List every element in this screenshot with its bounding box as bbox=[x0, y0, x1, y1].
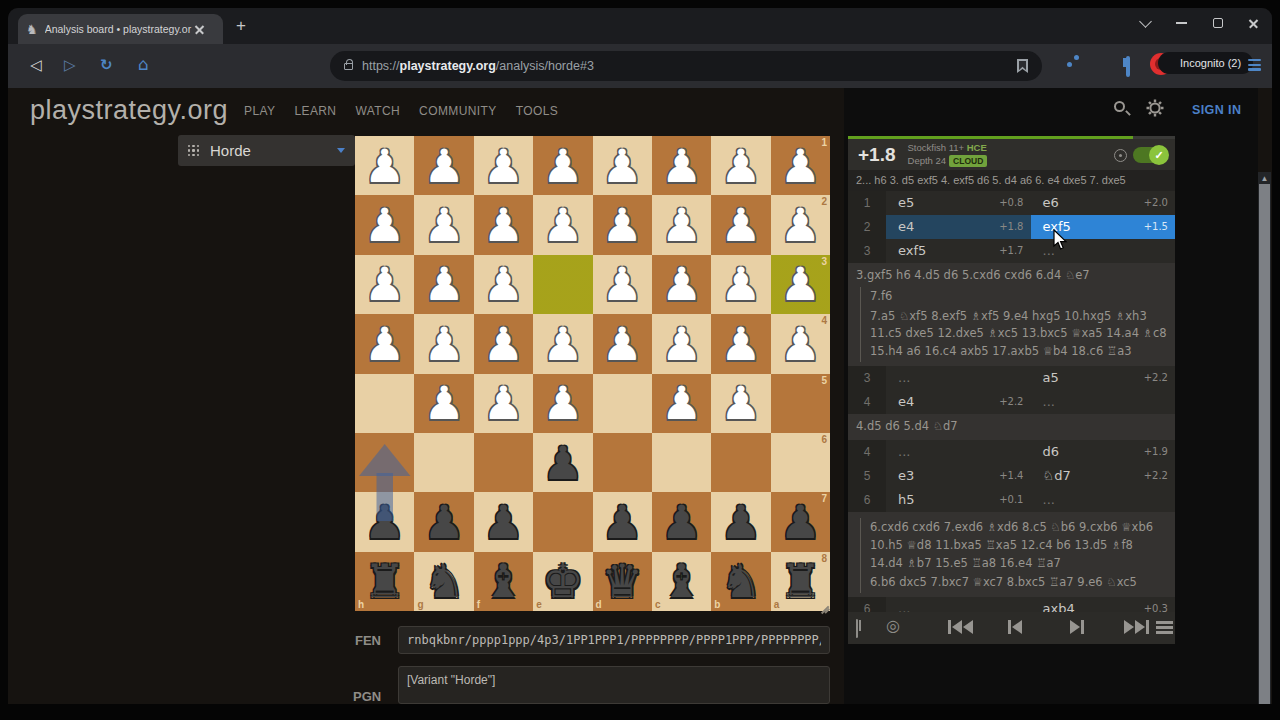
new-tab-button[interactable]: + bbox=[236, 16, 246, 36]
window-maximize-icon[interactable] bbox=[1213, 18, 1223, 28]
move-number: 3 bbox=[848, 366, 886, 390]
white-pawn-d3[interactable]: ♟ bbox=[593, 255, 652, 314]
menu-icon[interactable] bbox=[1156, 621, 1173, 634]
white-pawn-e1[interactable]: ♟ bbox=[533, 136, 592, 195]
tab-close-icon[interactable] bbox=[195, 25, 204, 34]
square-h6[interactable] bbox=[355, 433, 414, 492]
square-b8[interactable]: ♞b bbox=[711, 552, 770, 611]
engine-line[interactable]: 2... h6 3. d5 exf5 4. exf5 d6 5. d4 a6 6… bbox=[848, 170, 1175, 191]
nav-learn[interactable]: LEARN bbox=[294, 104, 336, 118]
address-bar[interactable]: https://playstrategy.org/analysis/horde#… bbox=[330, 51, 1042, 81]
white-pawn-h1[interactable]: ♟ bbox=[355, 136, 414, 195]
move-row: 3...a5+2.2 bbox=[848, 366, 1175, 390]
chess-board[interactable]: ♟♟♟♟♟♟♟♟1♟♟♟♟♟♟♟♟2♟♟♟♟♟♟♟3♟♟♟♟♟♟♟♟4♟♟♟♟♟… bbox=[355, 136, 830, 611]
white-pawn-d2[interactable]: ♟ bbox=[593, 195, 652, 254]
black-pawn-c7[interactable]: ♟ bbox=[652, 492, 711, 551]
square-e7[interactable] bbox=[533, 492, 592, 551]
move-number: 4 bbox=[848, 440, 886, 464]
white-pawn-g2[interactable]: ♟ bbox=[414, 195, 473, 254]
engine-toggle[interactable]: ✓ bbox=[1133, 147, 1167, 163]
square-g6[interactable] bbox=[414, 433, 473, 492]
browser-window: ♞ Analysis board • playstrategy.or + ◁ ▷… bbox=[8, 8, 1272, 704]
white-pawn-d1[interactable]: ♟ bbox=[593, 136, 652, 195]
square-c7[interactable]: ♟ bbox=[652, 492, 711, 551]
white-pawn-c3[interactable]: ♟ bbox=[652, 255, 711, 314]
square-g3[interactable]: ♟ bbox=[414, 255, 473, 314]
square-f1[interactable]: ♟ bbox=[474, 136, 533, 195]
page-scrollbar[interactable]: ▲ ▼ bbox=[1258, 172, 1271, 704]
square-c6[interactable] bbox=[652, 433, 711, 492]
move-eval: +0.1 bbox=[999, 488, 1023, 512]
white-pawn-c4[interactable]: ♟ bbox=[652, 314, 711, 373]
browser-tab[interactable]: ♞ Analysis board • playstrategy.or bbox=[18, 14, 223, 44]
square-h8[interactable]: ♜h bbox=[355, 552, 414, 611]
browser-toolbar: ◁ ▷ ↻ ⌂ https://playstrategy.org/analysi… bbox=[8, 44, 1272, 88]
nav-play[interactable]: PLAY bbox=[244, 104, 275, 118]
engine-eval: +1.8 bbox=[858, 144, 896, 166]
file-label-f: f bbox=[477, 599, 480, 610]
move-row: 2e4+1.8exf5+1.5 bbox=[848, 215, 1175, 239]
variation-block[interactable]: 4.d5 d6 5.d4 ♘d7 bbox=[848, 414, 1175, 440]
white-pawn-b5[interactable]: ♟ bbox=[711, 374, 770, 433]
square-b7[interactable]: ♟ bbox=[711, 492, 770, 551]
move-row: 5e3+1.4♘d7+2.2 bbox=[848, 464, 1175, 488]
main-nav: PLAY LEARN WATCH COMMUNITY TOOLS bbox=[244, 104, 558, 118]
nav-tools[interactable]: TOOLS bbox=[516, 104, 558, 118]
square-h5[interactable] bbox=[355, 374, 414, 433]
move-white[interactable]: exf5+1.7 bbox=[886, 239, 1031, 263]
white-pawn-g3[interactable]: ♟ bbox=[414, 255, 473, 314]
square-d7[interactable]: ♟ bbox=[593, 492, 652, 551]
file-label-e: e bbox=[536, 599, 542, 610]
move-eval: +1.4 bbox=[999, 464, 1023, 488]
move-number: 5 bbox=[848, 464, 886, 488]
square-h4[interactable]: ♟ bbox=[355, 314, 414, 373]
forward-button[interactable]: ▷ bbox=[64, 56, 76, 74]
engine-info: Stockfish 11+ HCE Depth 24CLOUD bbox=[908, 142, 988, 167]
black-pawn-b7[interactable]: ♟ bbox=[711, 492, 770, 551]
next-move-button[interactable] bbox=[1070, 620, 1084, 634]
variant-chevron-down-icon bbox=[337, 148, 345, 153]
black-pawn-e6[interactable]: ♟ bbox=[533, 433, 592, 492]
back-button[interactable]: ◁ bbox=[30, 56, 42, 74]
move-black[interactable]: d6+1.9 bbox=[1031, 440, 1176, 464]
square-a4[interactable]: ♟4 bbox=[771, 314, 830, 373]
white-pawn-b4[interactable]: ♟ bbox=[711, 314, 770, 373]
nav-watch[interactable]: WATCH bbox=[355, 104, 400, 118]
opening-book-icon[interactable] bbox=[856, 619, 858, 638]
square-b4[interactable]: ♟ bbox=[711, 314, 770, 373]
square-f6[interactable] bbox=[474, 433, 533, 492]
white-pawn-f1[interactable]: ♟ bbox=[474, 136, 533, 195]
square-f4[interactable]: ♟ bbox=[474, 314, 533, 373]
scroll-up-icon[interactable]: ▲ bbox=[1258, 174, 1271, 183]
extension-panel-icon[interactable] bbox=[1126, 58, 1130, 76]
move-number: 4 bbox=[848, 390, 886, 414]
rank-label-7: 7 bbox=[821, 493, 827, 504]
search-icon[interactable] bbox=[1114, 101, 1125, 112]
move-white[interactable]: e4+1.8 bbox=[886, 215, 1031, 239]
file-label-a: a bbox=[774, 599, 780, 610]
square-c8[interactable]: ♝c bbox=[652, 552, 711, 611]
move-list: 1e5+0.8e6+2.02e4+1.8exf5+1.53exf5+1.7...… bbox=[848, 191, 1175, 614]
tab-favicon-knight-icon: ♞ bbox=[26, 22, 38, 37]
lock-icon bbox=[344, 63, 353, 70]
white-pawn-c2[interactable]: ♟ bbox=[652, 195, 711, 254]
first-move-button[interactable] bbox=[948, 620, 973, 634]
square-f3[interactable]: ♟ bbox=[474, 255, 533, 314]
move-number: 2 bbox=[848, 215, 886, 239]
variation-main-line[interactable]: 4.d5 d6 5.d4 ♘d7 bbox=[856, 418, 1167, 436]
move-row: 6h5+0.1... bbox=[848, 488, 1175, 512]
move-white[interactable]: h5+0.1 bbox=[886, 488, 1031, 512]
last-move-button[interactable] bbox=[1124, 620, 1149, 634]
square-h1[interactable]: ♟ bbox=[355, 136, 414, 195]
playstrategy-page: playstrategy.org PLAY LEARN WATCH COMMUN… bbox=[8, 88, 1272, 704]
square-a6[interactable]: 6 bbox=[771, 433, 830, 492]
square-d5[interactable] bbox=[593, 374, 652, 433]
scrollbar-thumb[interactable] bbox=[1259, 184, 1270, 704]
file-label-b: b bbox=[714, 599, 720, 610]
black-pawn-g7[interactable]: ♟ bbox=[414, 492, 473, 551]
square-g8[interactable]: ♞g bbox=[414, 552, 473, 611]
file-label-d: d bbox=[596, 599, 602, 610]
tab-title: Analysis board • playstrategy.or bbox=[45, 23, 195, 35]
square-a7[interactable]: ♟7 bbox=[771, 492, 830, 551]
white-pawn-f5[interactable]: ♟ bbox=[474, 374, 533, 433]
square-a2[interactable]: ♟2 bbox=[771, 195, 830, 254]
white-pawn-c1[interactable]: ♟ bbox=[652, 136, 711, 195]
move-eval: +1.7 bbox=[999, 239, 1023, 263]
white-pawn-b1[interactable]: ♟ bbox=[711, 136, 770, 195]
white-pawn-e2[interactable]: ♟ bbox=[533, 195, 592, 254]
window-close-icon[interactable] bbox=[1249, 19, 1258, 28]
square-e3[interactable] bbox=[533, 255, 592, 314]
square-a5[interactable]: 5 bbox=[771, 374, 830, 433]
white-pawn-b2[interactable]: ♟ bbox=[711, 195, 770, 254]
move-white[interactable]: e5+0.8 bbox=[886, 191, 1031, 215]
variant-select[interactable]: Horde bbox=[178, 135, 355, 166]
move-white[interactable]: e3+1.4 bbox=[886, 464, 1031, 488]
rank-label-1: 1 bbox=[821, 137, 827, 148]
move-white[interactable]: e4+2.2 bbox=[886, 390, 1031, 414]
square-b6[interactable] bbox=[711, 433, 770, 492]
white-pawn-f3[interactable]: ♟ bbox=[474, 255, 533, 314]
window-chevron-down-icon[interactable] bbox=[1139, 15, 1152, 28]
url-host: playstrategy.org bbox=[400, 59, 496, 73]
home-button[interactable]: ⌂ bbox=[138, 54, 149, 74]
previous-move-button[interactable] bbox=[1008, 620, 1022, 634]
black-pawn-h7[interactable]: ♟ bbox=[355, 492, 414, 551]
square-c4[interactable]: ♟ bbox=[652, 314, 711, 373]
black-king-e8[interactable]: ♚ bbox=[533, 552, 592, 611]
focus-target-icon[interactable] bbox=[1114, 149, 1127, 162]
board-resize-handle[interactable] bbox=[818, 601, 830, 613]
square-c2[interactable]: ♟ bbox=[652, 195, 711, 254]
square-f5[interactable]: ♟ bbox=[474, 374, 533, 433]
white-pawn-g4[interactable]: ♟ bbox=[414, 314, 473, 373]
square-g1[interactable]: ♟ bbox=[414, 136, 473, 195]
url-path: /analysis/horde#3 bbox=[496, 59, 594, 73]
square-e8[interactable]: ♚e bbox=[533, 552, 592, 611]
nav-community[interactable]: COMMUNITY bbox=[419, 104, 497, 118]
move-eval: +1.9 bbox=[1144, 440, 1168, 464]
variant-grid-icon bbox=[188, 145, 199, 156]
move-eval: +2.2 bbox=[999, 390, 1023, 414]
engine-header: +1.8 Stockfish 11+ HCE Depth 24CLOUD ✓ bbox=[848, 139, 1175, 170]
move-row: 4...d6+1.9 bbox=[848, 440, 1175, 464]
square-h3[interactable]: ♟ bbox=[355, 255, 414, 314]
white-pawn-b3[interactable]: ♟ bbox=[711, 255, 770, 314]
rank-label-2: 2 bbox=[821, 196, 827, 207]
white-pawn-g5[interactable]: ♟ bbox=[414, 374, 473, 433]
square-d2[interactable]: ♟ bbox=[593, 195, 652, 254]
move-eval: +1.8 bbox=[999, 215, 1023, 239]
file-label-h: h bbox=[358, 599, 364, 610]
square-d4[interactable]: ♟ bbox=[593, 314, 652, 373]
square-g7[interactable]: ♟ bbox=[414, 492, 473, 551]
fen-label: FEN bbox=[355, 633, 381, 648]
white-pawn-f4[interactable]: ♟ bbox=[474, 314, 533, 373]
white-pawn-e5[interactable]: ♟ bbox=[533, 374, 592, 433]
site-logo[interactable]: playstrategy.org bbox=[30, 95, 228, 126]
variation-sub-line[interactable]: 6.b6 dxc5 7.bxc7 ♕xc7 8.bxc5 ♖a7 9.e6 ♘x… bbox=[870, 573, 1167, 593]
square-f2[interactable]: ♟ bbox=[474, 195, 533, 254]
move-white[interactable]: ... bbox=[886, 366, 1031, 390]
square-d1[interactable]: ♟ bbox=[593, 136, 652, 195]
sign-in-button[interactable]: SIGN IN bbox=[1192, 103, 1241, 117]
black-bishop-c8[interactable]: ♝ bbox=[652, 552, 711, 611]
black-pawn-f7[interactable]: ♟ bbox=[474, 492, 533, 551]
white-pawn-f2[interactable]: ♟ bbox=[474, 195, 533, 254]
square-a1[interactable]: ♟1 bbox=[771, 136, 830, 195]
rank-label-5: 5 bbox=[821, 375, 827, 386]
square-f8[interactable]: ♝f bbox=[474, 552, 533, 611]
black-pawn-d7[interactable]: ♟ bbox=[593, 492, 652, 551]
cloud-badge: CLOUD bbox=[949, 155, 987, 167]
window-minimize-icon[interactable] bbox=[1176, 22, 1187, 24]
square-d8[interactable]: ♛d bbox=[593, 552, 652, 611]
variation-block[interactable]: 3.gxf5 h6 4.d5 d6 5.cxd6 cxd6 6.d4 ♘e77.… bbox=[848, 263, 1175, 366]
fen-input[interactable] bbox=[398, 626, 830, 654]
move-white[interactable]: ... bbox=[886, 440, 1031, 464]
move-row: 4e4+2.2... bbox=[848, 390, 1175, 414]
reload-button[interactable]: ↻ bbox=[100, 56, 113, 74]
variation-main-line[interactable]: 3.gxf5 h6 4.d5 d6 5.cxd6 cxd6 6.d4 ♘e7 bbox=[856, 267, 1167, 285]
pgn-label: PGN bbox=[353, 689, 381, 704]
rank-label-3: 3 bbox=[821, 256, 827, 267]
square-e4[interactable]: ♟ bbox=[533, 314, 592, 373]
square-e2[interactable]: ♟ bbox=[533, 195, 592, 254]
square-e1[interactable]: ♟ bbox=[533, 136, 592, 195]
gear-icon[interactable] bbox=[1146, 99, 1164, 117]
move-number: 3 bbox=[848, 239, 886, 263]
pgn-input[interactable]: [Variant "Horde"] bbox=[398, 666, 830, 704]
move-black[interactable]: e6+2.0 bbox=[1031, 191, 1176, 215]
square-h7[interactable]: ♟ bbox=[355, 492, 414, 551]
move-row: 1e5+0.8e6+2.0 bbox=[848, 191, 1175, 215]
browser-tab-strip: ♞ Analysis board • playstrategy.or + bbox=[8, 8, 1272, 44]
square-c5[interactable]: ♟ bbox=[652, 374, 711, 433]
file-label-c: c bbox=[655, 599, 661, 610]
hce-tag: HCE bbox=[967, 142, 987, 153]
variant-label: Horde bbox=[210, 142, 337, 159]
move-eval: +2.2 bbox=[1144, 366, 1168, 390]
square-a3[interactable]: ♟3 bbox=[771, 255, 830, 314]
square-f7[interactable]: ♟ bbox=[474, 492, 533, 551]
move-number: 1 bbox=[848, 191, 886, 215]
move-eval: +0.8 bbox=[999, 191, 1023, 215]
square-b3[interactable]: ♟ bbox=[711, 255, 770, 314]
rank-label-4: 4 bbox=[821, 315, 827, 326]
square-c3[interactable]: ♟ bbox=[652, 255, 711, 314]
move-eval: +2.2 bbox=[1144, 464, 1168, 488]
variation-block[interactable]: 6.cxd6 cxd6 7.exd6 ♗xd6 8.c5 ♘b6 9.cxb6 … bbox=[848, 512, 1175, 597]
square-e5[interactable]: ♟ bbox=[533, 374, 592, 433]
move-black[interactable]: ♘d7+2.2 bbox=[1031, 464, 1176, 488]
mouse-cursor bbox=[1053, 229, 1070, 251]
square-b1[interactable]: ♟ bbox=[711, 136, 770, 195]
toggle-check-icon: ✓ bbox=[1149, 145, 1169, 165]
move-row: 3exf5+1.7... bbox=[848, 239, 1175, 263]
white-pawn-g1[interactable]: ♟ bbox=[414, 136, 473, 195]
move-black[interactable]: a5+2.2 bbox=[1031, 366, 1176, 390]
white-pawn-h4[interactable]: ♟ bbox=[355, 314, 414, 373]
variation-sub-line[interactable]: 7.f6 bbox=[870, 287, 1167, 307]
white-pawn-h3[interactable]: ♟ bbox=[355, 255, 414, 314]
move-eval: +1.5 bbox=[1144, 215, 1168, 239]
rank-label-8: 8 bbox=[821, 553, 827, 564]
variation-sub-line[interactable]: 6.cxd6 cxd6 7.exd6 ♗xd6 8.c5 ♘b6 9.cxb6 … bbox=[870, 518, 1167, 573]
white-pawn-h2[interactable]: ♟ bbox=[355, 195, 414, 254]
square-e6[interactable]: ♟ bbox=[533, 433, 592, 492]
square-c1[interactable]: ♟ bbox=[652, 136, 711, 195]
square-g4[interactable]: ♟ bbox=[414, 314, 473, 373]
black-bishop-f8[interactable]: ♝ bbox=[474, 552, 533, 611]
rank-label-6: 6 bbox=[821, 434, 827, 445]
variation-sub-line[interactable]: 7.a5 ♘xf5 8.exf5 ♗xf5 9.e4 hxg5 10.hxg5 … bbox=[870, 307, 1167, 362]
square-d6[interactable] bbox=[593, 433, 652, 492]
url-scheme: https:// bbox=[362, 59, 400, 73]
square-b2[interactable]: ♟ bbox=[711, 195, 770, 254]
bookmark-icon[interactable] bbox=[1017, 59, 1028, 73]
square-g2[interactable]: ♟ bbox=[414, 195, 473, 254]
white-pawn-c5[interactable]: ♟ bbox=[652, 374, 711, 433]
square-g5[interactable]: ♟ bbox=[414, 374, 473, 433]
move-black[interactable]: ... bbox=[1031, 390, 1176, 414]
square-h2[interactable]: ♟ bbox=[355, 195, 414, 254]
incognito-badge: Incognito (2) bbox=[1158, 52, 1253, 74]
move-number: 6 bbox=[848, 488, 886, 512]
browser-menu-icon[interactable] bbox=[1248, 59, 1261, 71]
move-eval: +2.0 bbox=[1144, 191, 1168, 215]
analysis-controls: ◎ bbox=[848, 612, 1175, 644]
analysis-panel: +1.8 Stockfish 11+ HCE Depth 24CLOUD ✓ 2… bbox=[848, 136, 1175, 644]
file-label-g: g bbox=[417, 599, 423, 610]
white-pawn-d4[interactable]: ♟ bbox=[593, 314, 652, 373]
square-d3[interactable]: ♟ bbox=[593, 255, 652, 314]
white-pawn-e4[interactable]: ♟ bbox=[533, 314, 592, 373]
window-controls bbox=[1141, 18, 1258, 28]
practice-target-icon[interactable]: ◎ bbox=[886, 618, 900, 634]
square-b5[interactable]: ♟ bbox=[711, 374, 770, 433]
move-black[interactable]: ... bbox=[1031, 488, 1176, 512]
